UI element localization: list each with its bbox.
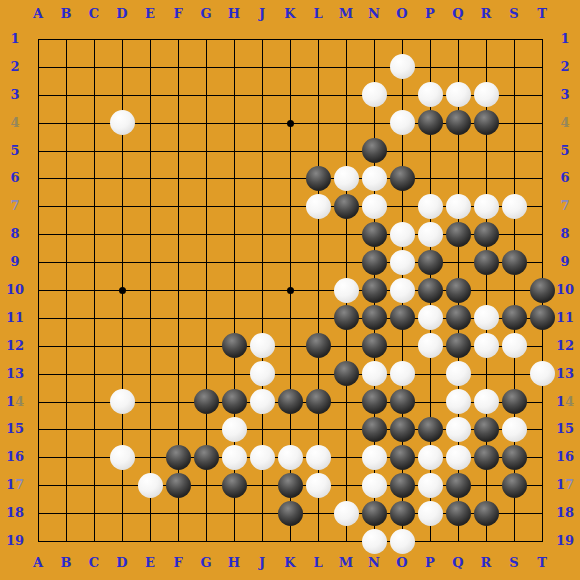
coord-label-top-B: B — [52, 7, 80, 21]
stone-black-H17[interactable] — [222, 473, 247, 498]
stone-black-T11[interactable] — [530, 305, 555, 330]
stone-black-K14[interactable] — [278, 389, 303, 414]
coord-label-bottom-L: L — [304, 556, 332, 570]
stone-white-Q14[interactable] — [446, 389, 471, 414]
coord-label-left-9: 9 — [1, 255, 29, 269]
coord-label-left-18: 18 — [1, 506, 29, 520]
stone-black-M7[interactable] — [334, 194, 359, 219]
stone-white-H16[interactable] — [222, 445, 247, 470]
coord-label-left-3: 3 — [1, 88, 29, 102]
stone-black-Q11[interactable] — [446, 305, 471, 330]
stone-black-R8[interactable] — [474, 222, 499, 247]
stone-black-P9[interactable] — [418, 250, 443, 275]
stone-white-P11[interactable] — [418, 305, 443, 330]
coord-label-left-7: 7 — [1, 199, 29, 213]
stone-black-Q18[interactable] — [446, 501, 471, 526]
coord-label-left-17: 17 — [1, 478, 29, 492]
coord-label-top-F: F — [164, 7, 192, 21]
coord-label-top-R: R — [472, 7, 500, 21]
stone-black-M11[interactable] — [334, 305, 359, 330]
coord-label-left-19: 19 — [1, 534, 29, 548]
stone-black-P10[interactable] — [418, 278, 443, 303]
coord-label-top-M: M — [332, 7, 360, 21]
stone-black-G16[interactable] — [194, 445, 219, 470]
coord-label-left-13: 13 — [1, 367, 29, 381]
coord-label-bottom-J: J — [248, 556, 276, 570]
stone-white-O4[interactable] — [390, 110, 415, 135]
coord-label-right-4: 4 — [551, 116, 579, 130]
coord-label-right-7: 7 — [551, 199, 579, 213]
stone-black-H14[interactable] — [222, 389, 247, 414]
stone-black-O18[interactable] — [390, 501, 415, 526]
stone-white-P8[interactable] — [418, 222, 443, 247]
coord-label-right-13: 13 — [551, 367, 579, 381]
coord-label-top-K: K — [276, 7, 304, 21]
stone-black-F17[interactable] — [166, 473, 191, 498]
stone-white-O19[interactable] — [390, 529, 415, 554]
stone-white-N17[interactable] — [362, 473, 387, 498]
coord-label-right-16: 16 — [551, 450, 579, 464]
stone-white-L17[interactable] — [306, 473, 331, 498]
stone-black-O17[interactable] — [390, 473, 415, 498]
coord-label-top-C: C — [80, 7, 108, 21]
stone-white-R7[interactable] — [474, 194, 499, 219]
stone-black-S14[interactable] — [502, 389, 527, 414]
stone-white-M18[interactable] — [334, 501, 359, 526]
coord-label-top-E: E — [136, 7, 164, 21]
stone-black-R4[interactable] — [474, 110, 499, 135]
coord-label-bottom-E: E — [136, 556, 164, 570]
stone-black-K17[interactable] — [278, 473, 303, 498]
coord-label-left-2: 2 — [1, 60, 29, 74]
coord-label-bottom-C: C — [80, 556, 108, 570]
stone-black-N11[interactable] — [362, 305, 387, 330]
stone-white-K16[interactable] — [278, 445, 303, 470]
coord-label-left-1: 1 — [1, 32, 29, 46]
stone-black-N15[interactable] — [362, 417, 387, 442]
stone-black-G14[interactable] — [194, 389, 219, 414]
stone-white-O10[interactable] — [390, 278, 415, 303]
stone-black-N14[interactable] — [362, 389, 387, 414]
stone-white-T13[interactable] — [530, 361, 555, 386]
stone-black-N10[interactable] — [362, 278, 387, 303]
coord-label-bottom-B: B — [52, 556, 80, 570]
stone-black-F16[interactable] — [166, 445, 191, 470]
stone-white-Q15[interactable] — [446, 417, 471, 442]
stone-white-M6[interactable] — [334, 166, 359, 191]
stone-white-N13[interactable] — [362, 361, 387, 386]
coord-label-left-16: 16 — [1, 450, 29, 464]
coord-label-right-12: 12 — [551, 339, 579, 353]
coord-label-right-11: 11 — [551, 311, 579, 325]
coord-label-bottom-S: S — [500, 556, 528, 570]
coord-label-right-14: 14 — [551, 395, 579, 409]
coord-label-bottom-D: D — [108, 556, 136, 570]
coord-label-left-4: 4 — [1, 116, 29, 130]
stone-black-S16[interactable] — [502, 445, 527, 470]
coord-label-bottom-K: K — [276, 556, 304, 570]
coord-label-left-15: 15 — [1, 422, 29, 436]
stone-white-R12[interactable] — [474, 333, 499, 358]
stone-white-O9[interactable] — [390, 250, 415, 275]
stone-white-M10[interactable] — [334, 278, 359, 303]
coord-label-left-14: 14 — [1, 395, 29, 409]
go-board: AABBCCDDEEFFGGHHJJKKLLMMNNOOPPQQRRSSTT11… — [0, 0, 580, 580]
stone-black-R18[interactable] — [474, 501, 499, 526]
stone-white-J13[interactable] — [250, 361, 275, 386]
stone-black-L6[interactable] — [306, 166, 331, 191]
stone-black-R16[interactable] — [474, 445, 499, 470]
stone-white-D16[interactable] — [110, 445, 135, 470]
stone-white-P12[interactable] — [418, 333, 443, 358]
stone-white-N6[interactable] — [362, 166, 387, 191]
stone-black-Q17[interactable] — [446, 473, 471, 498]
stone-white-S15[interactable] — [502, 417, 527, 442]
stone-white-Q7[interactable] — [446, 194, 471, 219]
stone-black-Q10[interactable] — [446, 278, 471, 303]
stone-black-O6[interactable] — [390, 166, 415, 191]
stone-black-H12[interactable] — [222, 333, 247, 358]
coord-label-top-H: H — [220, 7, 248, 21]
stone-black-O15[interactable] — [390, 417, 415, 442]
stone-white-P16[interactable] — [418, 445, 443, 470]
stone-white-P7[interactable] — [418, 194, 443, 219]
stone-black-O14[interactable] — [390, 389, 415, 414]
coord-label-bottom-O: O — [388, 556, 416, 570]
coord-label-right-6: 6 — [551, 171, 579, 185]
stone-black-S11[interactable] — [502, 305, 527, 330]
stone-white-O8[interactable] — [390, 222, 415, 247]
coord-label-top-Q: Q — [444, 7, 472, 21]
coord-label-bottom-F: F — [164, 556, 192, 570]
stone-black-N9[interactable] — [362, 250, 387, 275]
stone-white-P18[interactable] — [418, 501, 443, 526]
coord-label-top-J: J — [248, 7, 276, 21]
coord-label-right-15: 15 — [551, 422, 579, 436]
stone-black-P4[interactable] — [418, 110, 443, 135]
stone-black-Q4[interactable] — [446, 110, 471, 135]
stone-white-S12[interactable] — [502, 333, 527, 358]
coord-label-top-L: L — [304, 7, 332, 21]
stone-white-J16[interactable] — [250, 445, 275, 470]
stone-white-R3[interactable] — [474, 82, 499, 107]
stone-white-N16[interactable] — [362, 445, 387, 470]
stone-white-P3[interactable] — [418, 82, 443, 107]
stone-black-M13[interactable] — [334, 361, 359, 386]
coord-label-left-5: 5 — [1, 144, 29, 158]
stone-black-S9[interactable] — [502, 250, 527, 275]
stone-black-N12[interactable] — [362, 333, 387, 358]
coord-label-left-11: 11 — [1, 311, 29, 325]
coord-label-bottom-H: H — [220, 556, 248, 570]
coord-label-right-5: 5 — [551, 144, 579, 158]
coord-label-bottom-M: M — [332, 556, 360, 570]
coord-label-top-A: A — [24, 7, 52, 21]
stone-black-Q12[interactable] — [446, 333, 471, 358]
coord-label-left-6: 6 — [1, 171, 29, 185]
coord-label-top-O: O — [388, 7, 416, 21]
coord-label-bottom-P: P — [416, 556, 444, 570]
coord-label-right-10: 10 — [551, 283, 579, 297]
stone-black-L14[interactable] — [306, 389, 331, 414]
stone-white-O2[interactable] — [390, 54, 415, 79]
coord-label-left-12: 12 — [1, 339, 29, 353]
stone-white-S7[interactable] — [502, 194, 527, 219]
coord-label-right-3: 3 — [551, 88, 579, 102]
coord-label-bottom-R: R — [472, 556, 500, 570]
stone-black-Q8[interactable] — [446, 222, 471, 247]
stone-black-K18[interactable] — [278, 501, 303, 526]
stone-black-O16[interactable] — [390, 445, 415, 470]
coord-label-bottom-G: G — [192, 556, 220, 570]
coord-label-top-N: N — [360, 7, 388, 21]
coord-label-right-19: 19 — [551, 534, 579, 548]
stone-white-N19[interactable] — [362, 529, 387, 554]
stone-white-P17[interactable] — [418, 473, 443, 498]
stone-black-R15[interactable] — [474, 417, 499, 442]
star-point-D10 — [119, 287, 126, 294]
coord-label-bottom-A: A — [24, 556, 52, 570]
stone-white-Q16[interactable] — [446, 445, 471, 470]
stone-white-E17[interactable] — [138, 473, 163, 498]
stone-white-L16[interactable] — [306, 445, 331, 470]
stone-white-O13[interactable] — [390, 361, 415, 386]
coord-label-right-2: 2 — [551, 60, 579, 74]
stone-white-R11[interactable] — [474, 305, 499, 330]
stone-white-D14[interactable] — [110, 389, 135, 414]
stone-white-Q13[interactable] — [446, 361, 471, 386]
coord-label-left-10: 10 — [1, 283, 29, 297]
coord-label-top-T: T — [528, 7, 556, 21]
stone-black-N5[interactable] — [362, 138, 387, 163]
stone-black-R9[interactable] — [474, 250, 499, 275]
coord-label-right-8: 8 — [551, 227, 579, 241]
stone-white-N3[interactable] — [362, 82, 387, 107]
stone-white-H15[interactable] — [222, 417, 247, 442]
stone-white-N7[interactable] — [362, 194, 387, 219]
stone-white-Q3[interactable] — [446, 82, 471, 107]
star-point-K10 — [287, 287, 294, 294]
coord-label-bottom-T: T — [528, 556, 556, 570]
stone-black-N8[interactable] — [362, 222, 387, 247]
coord-label-top-S: S — [500, 7, 528, 21]
stone-black-N18[interactable] — [362, 501, 387, 526]
coord-label-top-P: P — [416, 7, 444, 21]
stone-black-T10[interactable] — [530, 278, 555, 303]
star-point-K4 — [287, 120, 294, 127]
coord-label-left-8: 8 — [1, 227, 29, 241]
stone-black-O11[interactable] — [390, 305, 415, 330]
stone-white-J12[interactable] — [250, 333, 275, 358]
coord-label-right-9: 9 — [551, 255, 579, 269]
stone-black-L12[interactable] — [306, 333, 331, 358]
coord-label-bottom-N: N — [360, 556, 388, 570]
stone-white-J14[interactable] — [250, 389, 275, 414]
stone-white-R14[interactable] — [474, 389, 499, 414]
grid-line-horizontal — [38, 541, 543, 542]
stone-black-P15[interactable] — [418, 417, 443, 442]
coord-label-right-18: 18 — [551, 506, 579, 520]
coord-label-top-D: D — [108, 7, 136, 21]
coord-label-top-G: G — [192, 7, 220, 21]
stone-black-S17[interactable] — [502, 473, 527, 498]
coord-label-bottom-Q: Q — [444, 556, 472, 570]
coord-label-right-1: 1 — [551, 32, 579, 46]
stone-white-D4[interactable] — [110, 110, 135, 135]
stone-white-L7[interactable] — [306, 194, 331, 219]
coord-label-right-17: 17 — [551, 478, 579, 492]
